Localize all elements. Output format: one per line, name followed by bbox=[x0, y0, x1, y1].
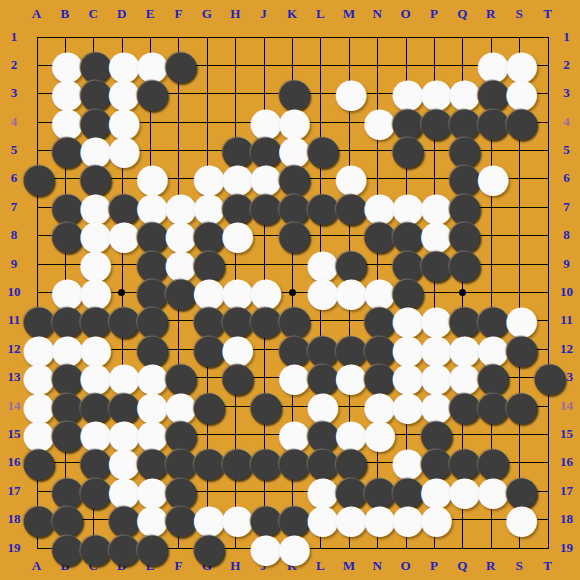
stone-white[interactable]: ● bbox=[504, 504, 534, 534]
star-point bbox=[289, 289, 296, 296]
row-label: 11 bbox=[555, 312, 579, 328]
row-label: 6 bbox=[555, 170, 579, 186]
column-label: T bbox=[536, 558, 560, 574]
stone-black[interactable]: ● bbox=[334, 192, 364, 222]
stone-black[interactable]: ● bbox=[192, 533, 222, 563]
column-label: D bbox=[110, 6, 134, 22]
stone-white[interactable]: ● bbox=[334, 78, 364, 108]
stone-white[interactable]: ● bbox=[334, 277, 364, 307]
grid-line-vertical bbox=[548, 37, 549, 548]
column-label: N bbox=[365, 558, 389, 574]
stone-black[interactable]: ● bbox=[220, 447, 250, 477]
stone-white[interactable]: ● bbox=[362, 504, 392, 534]
column-label: J bbox=[252, 6, 276, 22]
row-label: 5 bbox=[555, 142, 579, 158]
row-label: 2 bbox=[555, 57, 579, 73]
stone-white[interactable]: ● bbox=[249, 533, 279, 563]
row-label: 1 bbox=[2, 29, 26, 45]
stone-black[interactable]: ● bbox=[504, 391, 534, 421]
row-label: 14 bbox=[555, 398, 579, 414]
stone-white[interactable]: ● bbox=[277, 533, 307, 563]
column-label: M bbox=[337, 558, 361, 574]
row-label: 4 bbox=[555, 114, 579, 130]
column-label: C bbox=[81, 6, 105, 22]
stone-white[interactable]: ● bbox=[334, 504, 364, 534]
row-label: 4 bbox=[2, 114, 26, 130]
stone-black[interactable]: ● bbox=[277, 220, 307, 250]
row-label: 7 bbox=[555, 199, 579, 215]
column-label: S bbox=[507, 558, 531, 574]
column-label: Q bbox=[450, 558, 474, 574]
row-label: 8 bbox=[555, 227, 579, 243]
row-label: 8 bbox=[2, 227, 26, 243]
column-label: T bbox=[536, 6, 560, 22]
stone-black[interactable]: ● bbox=[504, 107, 534, 137]
column-label: P bbox=[422, 558, 446, 574]
column-label: F bbox=[166, 6, 190, 22]
stone-black[interactable]: ● bbox=[107, 533, 137, 563]
column-label: N bbox=[365, 6, 389, 22]
column-label: A bbox=[25, 6, 49, 22]
stone-white[interactable]: ● bbox=[391, 504, 421, 534]
column-label: P bbox=[422, 6, 446, 22]
row-label: 19 bbox=[555, 540, 579, 556]
stone-white[interactable]: ● bbox=[476, 476, 506, 506]
column-label: B bbox=[53, 6, 77, 22]
column-label: M bbox=[337, 6, 361, 22]
column-label: A bbox=[25, 558, 49, 574]
stone-white[interactable]: ● bbox=[362, 107, 392, 137]
stone-black[interactable]: ● bbox=[22, 447, 52, 477]
column-label: H bbox=[223, 6, 247, 22]
stone-black[interactable]: ● bbox=[249, 391, 279, 421]
column-label: L bbox=[308, 6, 332, 22]
row-label: 17 bbox=[555, 483, 579, 499]
row-label: 15 bbox=[555, 426, 579, 442]
stone-black[interactable]: ● bbox=[50, 220, 80, 250]
star-point bbox=[118, 289, 125, 296]
row-label: 10 bbox=[555, 284, 579, 300]
row-label: 19 bbox=[2, 540, 26, 556]
stone-black[interactable]: ● bbox=[78, 533, 108, 563]
column-label: G bbox=[195, 6, 219, 22]
column-label: O bbox=[394, 6, 418, 22]
column-label: S bbox=[507, 6, 531, 22]
stone-black[interactable]: ● bbox=[447, 249, 477, 279]
column-label: E bbox=[138, 6, 162, 22]
row-label: 7 bbox=[2, 199, 26, 215]
column-label: O bbox=[394, 558, 418, 574]
stone-black[interactable]: ● bbox=[22, 504, 52, 534]
stone-black[interactable]: ● bbox=[22, 163, 52, 193]
column-label: F bbox=[166, 558, 190, 574]
star-point bbox=[459, 289, 466, 296]
row-label: 3 bbox=[2, 85, 26, 101]
column-label: R bbox=[479, 6, 503, 22]
row-label: 3 bbox=[555, 85, 579, 101]
stone-black[interactable]: ● bbox=[391, 135, 421, 165]
row-label: 18 bbox=[555, 511, 579, 527]
column-label: K bbox=[280, 6, 304, 22]
stone-black[interactable]: ● bbox=[277, 447, 307, 477]
stone-black[interactable]: ● bbox=[50, 533, 80, 563]
row-label: 9 bbox=[555, 256, 579, 272]
go-board: ABCDEFGHJKLMNOPQRST ABCDEFGHJKLMNOPQRST … bbox=[0, 0, 580, 580]
stone-black[interactable]: ● bbox=[135, 533, 165, 563]
column-label: R bbox=[479, 558, 503, 574]
row-label: 16 bbox=[555, 454, 579, 470]
column-label: Q bbox=[450, 6, 474, 22]
row-label: 9 bbox=[2, 256, 26, 272]
row-label: 2 bbox=[2, 57, 26, 73]
stone-black[interactable]: ● bbox=[249, 447, 279, 477]
stone-white[interactable]: ● bbox=[419, 504, 449, 534]
row-label: 1 bbox=[555, 29, 579, 45]
stone-black[interactable]: ● bbox=[476, 391, 506, 421]
